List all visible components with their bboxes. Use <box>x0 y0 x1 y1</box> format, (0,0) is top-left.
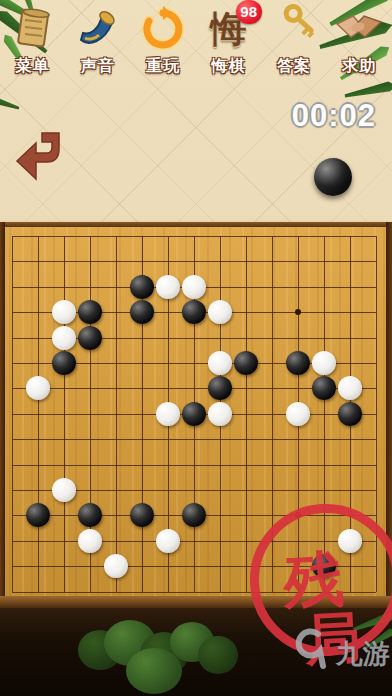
black-stone-13-7 <box>312 376 336 400</box>
help-label: 求助 <box>329 56 389 77</box>
white-stone-4-13 <box>78 529 102 553</box>
horn-sound-icon <box>73 4 123 54</box>
undo-button[interactable]: 悔 98 悔棋 <box>199 2 259 84</box>
menu-button[interactable]: 菜单 <box>3 2 63 84</box>
black-stone-4-5 <box>78 326 102 350</box>
white-stone-7-3 <box>156 275 180 299</box>
board-edge-left <box>0 222 5 608</box>
black-stone-6-3 <box>130 275 154 299</box>
app-screen: 菜单 声音 重玩 悔 <box>0 0 392 696</box>
black-stone-2-12 <box>26 503 50 527</box>
undo-count-badge: 98 <box>236 0 262 24</box>
white-stone-12-8 <box>286 402 310 426</box>
white-stone-9-6 <box>208 351 232 375</box>
toolbar: 菜单 声音 重玩 悔 <box>0 2 392 84</box>
scroll-menu-icon <box>8 4 58 54</box>
white-stone-9-8 <box>208 402 232 426</box>
black-stone-4-4 <box>78 300 102 324</box>
white-stone-9-4 <box>208 300 232 324</box>
replay-label: 重玩 <box>133 56 193 77</box>
black-stone-8-8 <box>182 402 206 426</box>
black-stone-14-8 <box>338 402 362 426</box>
replay-swirl-icon <box>138 4 188 54</box>
white-stone-5-14 <box>104 554 128 578</box>
sound-button[interactable]: 声音 <box>68 2 128 84</box>
help-button[interactable]: 求助 <box>329 2 389 84</box>
white-stone-3-4 <box>52 300 76 324</box>
answer-label: 答案 <box>264 56 324 77</box>
black-stone-8-4 <box>182 300 206 324</box>
black-stone-8-12 <box>182 503 206 527</box>
black-stone-9-7 <box>208 376 232 400</box>
white-stone-7-8 <box>156 402 180 426</box>
undo-hui-icon: 悔 98 <box>204 4 254 54</box>
watermark: 九游 <box>292 620 392 678</box>
key-answer-icon <box>269 4 319 54</box>
black-stone-6-4 <box>130 300 154 324</box>
countdown-timer: 00:02 <box>292 98 376 134</box>
black-stone-3-6 <box>52 351 76 375</box>
watermark-text: 九游 <box>336 636 390 672</box>
white-stone-3-5 <box>52 326 76 350</box>
back-button[interactable] <box>14 130 60 182</box>
black-stone-10-6 <box>234 351 258 375</box>
handshake-help-icon <box>334 4 384 54</box>
white-stone-7-13 <box>156 529 180 553</box>
black-to-move-indicator <box>314 158 352 196</box>
menu-label: 菜单 <box>3 56 63 77</box>
undo-label: 悔棋 <box>199 56 259 77</box>
white-stone-13-6 <box>312 351 336 375</box>
answer-button[interactable]: 答案 <box>264 2 324 84</box>
black-stone-12-6 <box>286 351 310 375</box>
board-edge-top <box>0 222 392 227</box>
black-stone-6-12 <box>130 503 154 527</box>
white-stone-8-3 <box>182 275 206 299</box>
black-stone-4-12 <box>78 503 102 527</box>
replay-button[interactable]: 重玩 <box>133 2 193 84</box>
white-stone-14-7 <box>338 376 362 400</box>
star-point <box>295 309 301 315</box>
white-stone-2-7 <box>26 376 50 400</box>
white-stone-3-11 <box>52 478 76 502</box>
sound-label: 声音 <box>68 56 128 77</box>
